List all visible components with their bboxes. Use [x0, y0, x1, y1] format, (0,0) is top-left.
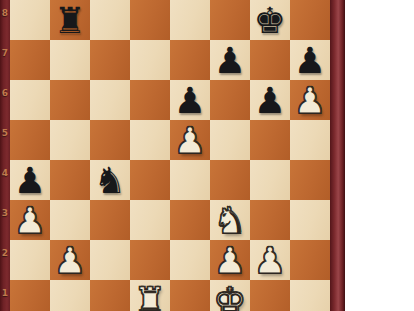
black-pawn-g6[interactable]: ♟ [250, 80, 290, 120]
square-h2[interactable] [290, 240, 330, 280]
square-f3[interactable]: ♞ [210, 200, 250, 240]
square-f1[interactable]: ♚ [210, 280, 250, 311]
square-a2[interactable] [10, 240, 50, 280]
white-pawn-g2[interactable]: ♟ [250, 240, 290, 280]
black-pawn-a4[interactable]: ♟ [10, 160, 50, 200]
square-d2[interactable] [130, 240, 170, 280]
black-knight-c4[interactable]: ♞ [90, 160, 130, 200]
square-g7[interactable] [250, 40, 290, 80]
square-f8[interactable] [210, 0, 250, 40]
square-d5[interactable] [130, 120, 170, 160]
square-c7[interactable] [90, 40, 130, 80]
square-a3[interactable]: ♟ [10, 200, 50, 240]
white-pawn-e5[interactable]: ♟ [170, 120, 210, 160]
black-pawn-h7[interactable]: ♟ [290, 40, 330, 80]
square-g2[interactable]: ♟ [250, 240, 290, 280]
square-a1[interactable] [10, 280, 50, 311]
square-c1[interactable] [90, 280, 130, 311]
square-g5[interactable] [250, 120, 290, 160]
square-h5[interactable] [290, 120, 330, 160]
square-e3[interactable] [170, 200, 210, 240]
square-d4[interactable] [130, 160, 170, 200]
square-b3[interactable] [50, 200, 90, 240]
square-b4[interactable] [50, 160, 90, 200]
square-e4[interactable] [170, 160, 210, 200]
square-g3[interactable] [250, 200, 290, 240]
square-e8[interactable] [170, 0, 210, 40]
white-king-f1[interactable]: ♚ [210, 280, 250, 311]
rank-label-8: 8 [0, 7, 10, 19]
white-pawn-f2[interactable]: ♟ [210, 240, 250, 280]
square-d8[interactable] [130, 0, 170, 40]
black-king-g8[interactable]: ♚ [250, 0, 290, 40]
white-pawn-b2[interactable]: ♟ [50, 240, 90, 280]
black-pawn-e6[interactable]: ♟ [170, 80, 210, 120]
square-h6[interactable]: ♟ [290, 80, 330, 120]
square-a6[interactable] [10, 80, 50, 120]
square-b1[interactable] [50, 280, 90, 311]
square-f5[interactable] [210, 120, 250, 160]
rank-label-2: 2 [0, 247, 10, 259]
white-knight-f3[interactable]: ♞ [210, 200, 250, 240]
rank-label-4: 4 [0, 167, 10, 179]
square-b7[interactable] [50, 40, 90, 80]
square-c5[interactable] [90, 120, 130, 160]
square-f6[interactable] [210, 80, 250, 120]
square-f7[interactable]: ♟ [210, 40, 250, 80]
rank-label-7: 7 [0, 47, 10, 59]
square-g6[interactable]: ♟ [250, 80, 290, 120]
square-e5[interactable]: ♟ [170, 120, 210, 160]
board-frame-right [330, 0, 345, 311]
rank-label-6: 6 [0, 87, 10, 99]
square-e1[interactable] [170, 280, 210, 311]
square-c3[interactable] [90, 200, 130, 240]
square-g4[interactable] [250, 160, 290, 200]
square-e6[interactable]: ♟ [170, 80, 210, 120]
square-h7[interactable]: ♟ [290, 40, 330, 80]
black-rook-b8[interactable]: ♜ [50, 0, 90, 40]
square-d7[interactable] [130, 40, 170, 80]
square-a5[interactable] [10, 120, 50, 160]
square-b5[interactable] [50, 120, 90, 160]
square-d3[interactable] [130, 200, 170, 240]
rank-label-5: 5 [0, 127, 10, 139]
square-e7[interactable] [170, 40, 210, 80]
square-f4[interactable] [210, 160, 250, 200]
chess-app-screen: ♜♚♟♟♟♟♟♟♟♞♟♞♟♟♟♜♚ 87654321 [0, 0, 414, 311]
square-h1[interactable] [290, 280, 330, 311]
square-c6[interactable] [90, 80, 130, 120]
square-a8[interactable] [10, 0, 50, 40]
square-d1[interactable]: ♜ [130, 280, 170, 311]
square-c4[interactable]: ♞ [90, 160, 130, 200]
white-pawn-a3[interactable]: ♟ [10, 200, 50, 240]
square-g1[interactable] [250, 280, 290, 311]
chess-board: ♜♚♟♟♟♟♟♟♟♞♟♞♟♟♟♜♚ [10, 0, 330, 311]
white-rook-d1[interactable]: ♜ [130, 280, 170, 311]
square-c8[interactable] [90, 0, 130, 40]
rank-label-1: 1 [0, 287, 10, 299]
black-pawn-f7[interactable]: ♟ [210, 40, 250, 80]
square-g8[interactable]: ♚ [250, 0, 290, 40]
square-b6[interactable] [50, 80, 90, 120]
square-b2[interactable]: ♟ [50, 240, 90, 280]
square-a7[interactable] [10, 40, 50, 80]
square-f2[interactable]: ♟ [210, 240, 250, 280]
square-h8[interactable] [290, 0, 330, 40]
square-h3[interactable] [290, 200, 330, 240]
rank-label-3: 3 [0, 207, 10, 219]
square-e2[interactable] [170, 240, 210, 280]
square-d6[interactable] [130, 80, 170, 120]
square-c2[interactable] [90, 240, 130, 280]
white-pawn-h6[interactable]: ♟ [290, 80, 330, 120]
square-a4[interactable]: ♟ [10, 160, 50, 200]
square-b8[interactable]: ♜ [50, 0, 90, 40]
square-h4[interactable] [290, 160, 330, 200]
